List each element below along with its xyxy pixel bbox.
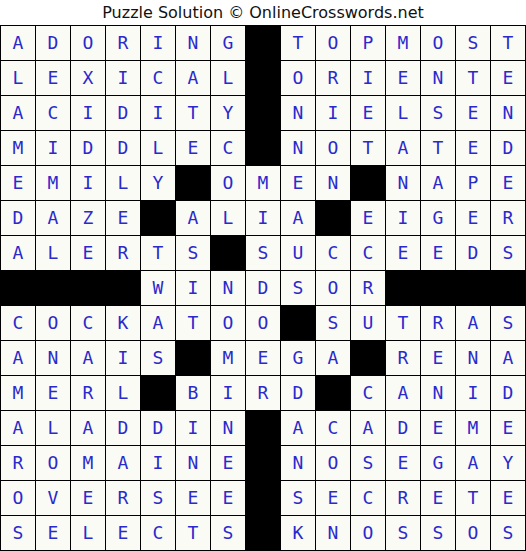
grid-cell: R [1,446,35,480]
grid-cell: S [281,481,315,515]
grid-cell: O [246,306,280,340]
grid-cell: A [491,341,525,375]
grid-cell: N [281,131,315,165]
grid-cell: R [106,26,140,60]
grid-cell: A [281,411,315,445]
black-cell [246,481,280,515]
grid-cell: V [36,481,70,515]
grid-cell: S [491,516,525,550]
grid-cell: E [211,481,245,515]
grid-cell: N [36,341,70,375]
grid-cell: C [351,376,385,410]
grid-cell: A [281,201,315,235]
grid-cell: E [456,201,490,235]
black-cell [246,96,280,130]
grid-cell: S [491,236,525,270]
grid-cell: I [106,341,140,375]
grid-cell: A [351,411,385,445]
grid-cell: A [71,411,105,445]
grid-cell: C [141,516,175,550]
grid-cell: A [386,376,420,410]
grid-cell: B [176,376,210,410]
grid-cell: I [36,131,70,165]
grid-cell: L [36,236,70,270]
grid-cell: E [351,201,385,235]
grid-cell: Y [141,166,175,200]
grid-cell: R [316,61,350,95]
black-cell [281,306,315,340]
grid-cell: O [281,61,315,95]
grid-cell: L [386,96,420,130]
grid-cell: E [36,376,70,410]
grid-cell: O [421,26,455,60]
grid-cell: A [1,26,35,60]
grid-cell: S [246,236,280,270]
grid-cell: P [351,26,385,60]
grid-cell: R [106,481,140,515]
grid-cell: A [176,61,210,95]
grid-cell: E [386,61,420,95]
grid-cell: L [106,166,140,200]
grid-cell: T [351,131,385,165]
grid-cell: R [386,341,420,375]
grid-cell: A [176,201,210,235]
grid-cell: A [1,411,35,445]
grid-cell: N [176,26,210,60]
grid-cell: C [1,306,35,340]
black-cell [386,271,420,305]
title-bar: Puzzle Solution © OnlineCrosswords.net [0,0,526,25]
grid-cell: I [141,26,175,60]
grid-cell: O [211,166,245,200]
black-cell [141,376,175,410]
grid-cell: Y [491,446,525,480]
grid-cell: R [71,376,105,410]
grid-cell: R [246,376,280,410]
grid-cell: E [491,481,525,515]
grid-cell: R [106,236,140,270]
grid-cell: R [421,306,455,340]
grid-cell: C [141,61,175,95]
black-cell [176,341,210,375]
grid-cell: D [386,411,420,445]
grid-cell: T [491,26,525,60]
black-cell [246,446,280,480]
grid-cell: M [1,131,35,165]
grid-cell: M [1,376,35,410]
grid-cell: S [141,341,175,375]
grid-cell: A [141,306,175,340]
grid-cell: L [211,201,245,235]
grid-cell: I [316,96,350,130]
black-cell [246,516,280,550]
grid-cell: S [456,26,490,60]
grid-cell: S [211,516,245,550]
grid-cell: L [71,516,105,550]
grid-cell: E [211,446,245,480]
grid-cell: A [456,446,490,480]
crossword-grid: ADORINGTOPMOSTLEXICALORIENTEACIDITYNIELS… [0,25,526,551]
grid-cell: C [316,411,350,445]
grid-cell: I [456,376,490,410]
grid-cell: E [456,96,490,130]
grid-cell: S [1,516,35,550]
grid-cell: E [1,166,35,200]
grid-cell: T [176,96,210,130]
grid-cell: K [106,306,140,340]
grid-cell: T [176,516,210,550]
grid-cell: N [316,516,350,550]
grid-cell: N [211,411,245,445]
grid-cell: T [141,236,175,270]
grid-cell: E [386,236,420,270]
grid-cell: M [386,26,420,60]
grid-cell: O [316,131,350,165]
grid-cell: L [1,61,35,95]
grid-cell: C [351,236,385,270]
grid-cell: O [211,306,245,340]
grid-cell: E [71,481,105,515]
grid-cell: A [316,341,350,375]
grid-cell: D [141,411,175,445]
grid-cell: E [491,61,525,95]
grid-cell: N [281,96,315,130]
grid-cell: O [456,516,490,550]
grid-cell: D [491,376,525,410]
grid-cell: E [176,131,210,165]
grid-cell: T [176,306,210,340]
grid-cell: D [106,131,140,165]
black-cell [316,201,350,235]
grid-cell: D [36,26,70,60]
grid-cell: R [351,271,385,305]
grid-cell: S [176,236,210,270]
grid-cell: M [246,166,280,200]
black-cell [141,201,175,235]
grid-cell: I [246,201,280,235]
black-cell [176,166,210,200]
grid-cell: D [1,201,35,235]
grid-cell: S [421,96,455,130]
grid-cell: I [71,96,105,130]
grid-cell: D [106,96,140,130]
grid-cell: A [456,306,490,340]
grid-cell: C [316,236,350,270]
grid-cell: T [456,61,490,95]
grid-cell: I [106,61,140,95]
page-title: Puzzle Solution © OnlineCrosswords.net [102,3,424,22]
grid-cell: A [1,236,35,270]
black-cell [246,411,280,445]
grid-cell: N [421,376,455,410]
grid-cell: Z [71,201,105,235]
black-cell [246,26,280,60]
black-cell [1,271,35,305]
grid-cell: I [176,411,210,445]
grid-cell: C [36,96,70,130]
grid-cell: E [421,411,455,445]
grid-cell: D [246,271,280,305]
grid-cell: A [421,166,455,200]
grid-cell: N [456,341,490,375]
grid-cell: G [281,341,315,375]
grid-cell: A [1,341,35,375]
grid-cell: S [421,516,455,550]
grid-cell: I [351,61,385,95]
grid-cell: E [281,166,315,200]
grid-cell: L [211,61,245,95]
grid-cell: D [491,131,525,165]
grid-cell: G [421,201,455,235]
grid-cell: O [71,26,105,60]
grid-cell: N [386,166,420,200]
grid-cell: D [281,376,315,410]
grid-cell: K [281,516,315,550]
black-cell [491,271,525,305]
black-cell [456,271,490,305]
grid-cell: S [351,446,385,480]
grid-cell: S [141,481,175,515]
grid-cell: I [141,446,175,480]
grid-cell: E [421,341,455,375]
grid-cell: M [36,166,70,200]
grid-cell: C [351,481,385,515]
grid-cell: N [421,61,455,95]
grid-cell: M [211,341,245,375]
grid-cell: S [281,271,315,305]
grid-cell: T [281,26,315,60]
grid-cell: N [176,446,210,480]
grid-cell: D [106,411,140,445]
black-cell [211,236,245,270]
grid-cell: G [211,26,245,60]
grid-cell: C [71,306,105,340]
grid-cell: R [491,201,525,235]
grid-cell: U [281,236,315,270]
grid-cell: I [71,166,105,200]
grid-cell: E [246,341,280,375]
grid-cell: O [351,516,385,550]
grid-cell: O [36,446,70,480]
grid-cell: G [421,446,455,480]
grid-cell: C [211,131,245,165]
grid-cell: N [491,96,525,130]
black-cell [421,271,455,305]
black-cell [316,376,350,410]
grid-cell: S [316,306,350,340]
grid-cell: E [106,516,140,550]
grid-cell: I [141,96,175,130]
grid-cell: L [141,131,175,165]
grid-cell: M [456,411,490,445]
grid-cell: E [316,481,350,515]
black-cell [36,271,70,305]
grid-cell: E [386,446,420,480]
grid-cell: M [71,446,105,480]
black-cell [351,166,385,200]
grid-cell: E [491,166,525,200]
grid-cell: T [456,481,490,515]
black-cell [246,131,280,165]
grid-cell: A [386,131,420,165]
grid-cell: Y [211,96,245,130]
grid-cell: O [36,306,70,340]
black-cell [246,61,280,95]
grid-cell: I [386,201,420,235]
grid-cell: O [1,481,35,515]
grid-cell: E [421,481,455,515]
grid-cell: N [281,446,315,480]
grid-cell: P [456,166,490,200]
grid-cell: A [1,96,35,130]
grid-cell: E [36,61,70,95]
black-cell [106,271,140,305]
black-cell [71,271,105,305]
grid-cell: E [421,236,455,270]
grid-cell: I [176,271,210,305]
grid-cell: L [36,411,70,445]
grid-cell: W [141,271,175,305]
grid-cell: D [71,131,105,165]
grid-cell: A [71,341,105,375]
grid-cell: E [36,516,70,550]
black-cell [351,341,385,375]
grid-cell: S [491,306,525,340]
grid-cell: O [316,26,350,60]
grid-cell: A [36,201,70,235]
grid-cell: N [211,271,245,305]
grid-cell: R [386,481,420,515]
grid-cell: T [421,131,455,165]
grid-cell: X [71,61,105,95]
grid-cell: E [491,411,525,445]
grid-cell: A [106,446,140,480]
grid-cell: O [316,446,350,480]
grid-cell: E [456,131,490,165]
grid-cell: L [106,376,140,410]
grid-cell: I [211,376,245,410]
grid-cell: E [71,236,105,270]
grid-cell: E [176,481,210,515]
grid-cell: T [386,306,420,340]
grid-cell: O [316,271,350,305]
grid-cell: S [386,516,420,550]
grid-cell: E [106,201,140,235]
grid-cell: N [316,166,350,200]
grid-cell: U [351,306,385,340]
grid-cell: D [456,236,490,270]
grid-cell: E [351,96,385,130]
